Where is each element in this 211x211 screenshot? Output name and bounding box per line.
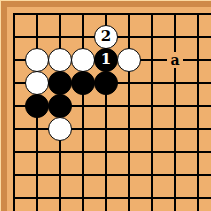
board-edge-band-left bbox=[1, 1, 7, 211]
grid-line-horizontal bbox=[13, 151, 211, 153]
grid-line-horizontal bbox=[13, 13, 211, 15]
stone-black bbox=[25, 94, 49, 118]
board-edge-band-top bbox=[1, 1, 211, 7]
grid-line-vertical bbox=[151, 13, 153, 211]
go-board: a21 bbox=[0, 0, 211, 211]
stone-white bbox=[25, 71, 49, 95]
screenshot: a21 bbox=[0, 0, 211, 211]
grid-line-horizontal bbox=[13, 174, 211, 176]
stone-white bbox=[71, 48, 95, 72]
stone-black bbox=[94, 71, 118, 95]
stone-black bbox=[71, 71, 95, 95]
grid-line-vertical bbox=[13, 13, 15, 211]
grid-line-vertical bbox=[197, 13, 199, 211]
grid-line-vertical bbox=[128, 13, 130, 211]
point-label-a: a bbox=[167, 52, 183, 68]
grid-line-horizontal bbox=[13, 197, 211, 199]
stone-white bbox=[48, 48, 72, 72]
stone-black bbox=[48, 71, 72, 95]
stone-black-move-1: 1 bbox=[94, 48, 118, 72]
stone-white bbox=[117, 48, 141, 72]
grid-line-horizontal bbox=[13, 128, 211, 130]
grid-line-vertical bbox=[82, 13, 84, 211]
stone-number: 1 bbox=[101, 52, 111, 67]
stone-white bbox=[25, 48, 49, 72]
stone-white-move-2: 2 bbox=[94, 25, 118, 49]
stone-black bbox=[48, 94, 72, 118]
grid-line-vertical bbox=[174, 13, 176, 211]
stone-number: 2 bbox=[101, 29, 111, 44]
stone-white bbox=[48, 117, 72, 141]
